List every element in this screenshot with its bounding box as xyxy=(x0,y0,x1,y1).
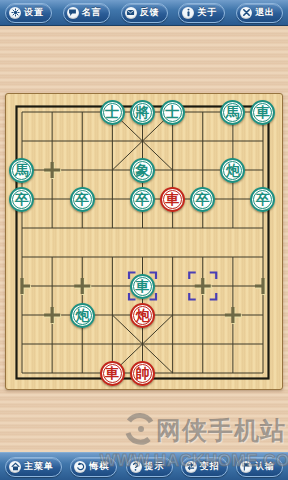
board-point[interactable] xyxy=(158,243,188,272)
board-point[interactable] xyxy=(37,127,67,156)
change-move-label: 变招 xyxy=(200,460,220,473)
board-point[interactable] xyxy=(97,214,127,243)
about-label: 关于 xyxy=(197,6,217,19)
piece-red-k[interactable]: 帥 xyxy=(130,361,155,386)
board-point[interactable] xyxy=(248,243,278,272)
watermark-site-name: 网侠手机站 xyxy=(156,414,286,447)
top-toolbar: 设置名言反馈关于退出 xyxy=(0,0,288,26)
board-point[interactable]: 車 xyxy=(97,359,127,388)
piece-black-p[interactable]: 卒 xyxy=(190,187,215,212)
board-point[interactable] xyxy=(7,359,37,388)
quotes-button[interactable]: 名言 xyxy=(63,3,110,23)
board-point[interactable]: 將 xyxy=(127,98,157,127)
board-point[interactable] xyxy=(127,330,157,359)
resign-button[interactable]: 认输 xyxy=(236,457,283,477)
board-point[interactable] xyxy=(218,359,248,388)
resign-label: 认输 xyxy=(255,460,275,473)
board-point[interactable] xyxy=(218,301,248,330)
board-point[interactable] xyxy=(218,272,248,301)
close-icon xyxy=(240,7,252,19)
board-point[interactable] xyxy=(248,272,278,301)
board-point[interactable] xyxy=(67,359,97,388)
board-point[interactable] xyxy=(188,301,218,330)
info-icon xyxy=(182,7,194,19)
board-point[interactable] xyxy=(67,98,97,127)
board-point[interactable] xyxy=(67,272,97,301)
about-button[interactable]: 关于 xyxy=(178,3,225,23)
board-point[interactable] xyxy=(67,156,97,185)
piece-black-b[interactable]: 象 xyxy=(130,158,155,183)
board-point[interactable] xyxy=(37,330,67,359)
board-point[interactable] xyxy=(37,359,67,388)
board-point[interactable] xyxy=(127,243,157,272)
board-point[interactable]: 馬 xyxy=(218,98,248,127)
board-point[interactable] xyxy=(37,272,67,301)
board-point[interactable]: 士 xyxy=(97,98,127,127)
board-point[interactable] xyxy=(248,330,278,359)
flag-icon xyxy=(240,461,252,473)
board-point[interactable] xyxy=(218,243,248,272)
piece-black-a[interactable]: 士 xyxy=(160,100,185,125)
piece-black-r[interactable]: 車 xyxy=(130,274,155,299)
board-point[interactable] xyxy=(158,214,188,243)
board-point[interactable] xyxy=(188,359,218,388)
main-menu-button[interactable]: 主菜单 xyxy=(5,457,62,477)
board-point[interactable] xyxy=(158,156,188,185)
board-point[interactable] xyxy=(188,272,218,301)
xiangqi-board[interactable]: 士將士馬車馬象炮卒卒卒車卒卒車炮炮車帥 xyxy=(5,93,283,390)
hint-label: 提示 xyxy=(145,460,165,473)
board-point[interactable] xyxy=(7,301,37,330)
board-point[interactable] xyxy=(188,330,218,359)
board-point[interactable] xyxy=(248,359,278,388)
board-point[interactable]: 車 xyxy=(248,98,278,127)
swap-icon xyxy=(185,461,197,473)
change-move-button[interactable]: 变招 xyxy=(181,457,228,477)
piece-black-c[interactable]: 炮 xyxy=(70,303,95,328)
board-point[interactable]: 卒 xyxy=(7,185,37,214)
envelope-icon xyxy=(125,7,137,19)
board-point[interactable] xyxy=(67,214,97,243)
feedback-button[interactable]: 反馈 xyxy=(121,3,168,23)
board-point[interactable] xyxy=(248,156,278,185)
board-point[interactable] xyxy=(37,185,67,214)
piece-red-r[interactable]: 車 xyxy=(100,361,125,386)
board-point[interactable] xyxy=(248,214,278,243)
piece-black-r[interactable]: 車 xyxy=(250,100,275,125)
settings-label: 设置 xyxy=(24,6,44,19)
piece-black-p[interactable]: 卒 xyxy=(70,187,95,212)
quotes-label: 名言 xyxy=(82,6,102,19)
board-point[interactable] xyxy=(97,156,127,185)
board-point[interactable] xyxy=(37,243,67,272)
board-point[interactable] xyxy=(67,330,97,359)
home-icon xyxy=(9,461,21,473)
undo-move-button[interactable]: 悔棋 xyxy=(70,457,117,477)
board-point[interactable] xyxy=(7,330,37,359)
board-points: 士將士馬車馬象炮卒卒卒車卒卒車炮炮車帥 xyxy=(7,98,278,388)
undo-move-label: 悔棋 xyxy=(89,460,109,473)
board-point[interactable] xyxy=(127,214,157,243)
feedback-label: 反馈 xyxy=(140,6,160,19)
piece-black-a[interactable]: 士 xyxy=(100,100,125,125)
board-point[interactable]: 卒 xyxy=(127,185,157,214)
gear-icon xyxy=(9,7,21,19)
board-point[interactable] xyxy=(218,127,248,156)
piece-black-p[interactable]: 卒 xyxy=(9,187,34,212)
board-point[interactable] xyxy=(158,272,188,301)
undo-icon xyxy=(74,461,86,473)
board-point[interactable] xyxy=(67,127,97,156)
board-point[interactable] xyxy=(97,301,127,330)
board-point[interactable]: 卒 xyxy=(248,185,278,214)
piece-black-n[interactable]: 馬 xyxy=(9,158,34,183)
piece-black-c[interactable]: 炮 xyxy=(220,158,245,183)
board-point[interactable] xyxy=(97,272,127,301)
board-point[interactable] xyxy=(158,330,188,359)
board-point[interactable] xyxy=(158,127,188,156)
board-point[interactable] xyxy=(7,214,37,243)
board-point[interactable] xyxy=(218,185,248,214)
board-point[interactable] xyxy=(37,98,67,127)
board-point[interactable]: 象 xyxy=(127,156,157,185)
board-point[interactable] xyxy=(37,214,67,243)
board-point[interactable] xyxy=(188,156,218,185)
board-point[interactable] xyxy=(188,243,218,272)
board-point[interactable] xyxy=(248,301,278,330)
board-point[interactable]: 卒 xyxy=(67,185,97,214)
board-point[interactable] xyxy=(188,127,218,156)
board-point[interactable] xyxy=(67,243,97,272)
board-point[interactable] xyxy=(158,359,188,388)
board-point[interactable] xyxy=(188,214,218,243)
board-point[interactable] xyxy=(218,214,248,243)
board-point[interactable] xyxy=(158,301,188,330)
watermark-logo-icon xyxy=(122,411,158,447)
board-point[interactable] xyxy=(7,272,37,301)
hint-icon xyxy=(130,461,142,473)
piece-black-p[interactable]: 卒 xyxy=(250,187,275,212)
board-point[interactable] xyxy=(97,127,127,156)
board-point[interactable] xyxy=(7,98,37,127)
board-point[interactable] xyxy=(97,243,127,272)
board-point[interactable]: 帥 xyxy=(127,359,157,388)
board-point[interactable] xyxy=(7,127,37,156)
board-point[interactable]: 士 xyxy=(158,98,188,127)
board-point[interactable] xyxy=(97,185,127,214)
board-point[interactable] xyxy=(127,127,157,156)
board-point[interactable] xyxy=(37,156,67,185)
board-point[interactable]: 炮 xyxy=(218,156,248,185)
piece-red-r[interactable]: 車 xyxy=(160,187,185,212)
board-point[interactable] xyxy=(188,98,218,127)
bottom-toolbar: 主菜单悔棋提示变招认输 xyxy=(0,452,288,480)
piece-black-n[interactable]: 馬 xyxy=(220,100,245,125)
settings-button[interactable]: 设置 xyxy=(5,3,52,23)
speech-icon xyxy=(67,7,79,19)
app-screen: 设置名言反馈关于退出 士將士馬車馬象炮卒卒卒車卒卒車炮炮車帥 网侠手机站 WWW… xyxy=(0,0,288,480)
main-menu-label: 主菜单 xyxy=(24,460,54,473)
hint-button[interactable]: 提示 xyxy=(126,457,173,477)
board-point[interactable]: 馬 xyxy=(7,156,37,185)
piece-black-k[interactable]: 將 xyxy=(130,100,155,125)
piece-red-c[interactable]: 炮 xyxy=(130,303,155,328)
exit-label: 退出 xyxy=(255,6,275,19)
board-point[interactable] xyxy=(97,330,127,359)
board-point[interactable]: 車 xyxy=(158,185,188,214)
board-point[interactable] xyxy=(248,127,278,156)
piece-black-p[interactable]: 卒 xyxy=(130,187,155,212)
board-point[interactable]: 炮 xyxy=(67,301,97,330)
board-point[interactable] xyxy=(218,330,248,359)
board-point[interactable] xyxy=(37,301,67,330)
board-point[interactable]: 炮 xyxy=(127,301,157,330)
board-point[interactable]: 卒 xyxy=(188,185,218,214)
board-point[interactable]: 車 xyxy=(127,272,157,301)
exit-button[interactable]: 退出 xyxy=(236,3,283,23)
board-point[interactable] xyxy=(7,243,37,272)
